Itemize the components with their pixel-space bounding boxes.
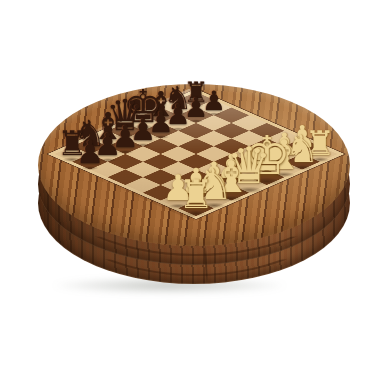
chess-box-photo: ♜♞♝♛♚♝♞♜♟♟♟♟♟♟♟♟♟♟♟♟♟♟♟♟♜♞♝♛♚♝♞♜ xyxy=(0,0,375,375)
